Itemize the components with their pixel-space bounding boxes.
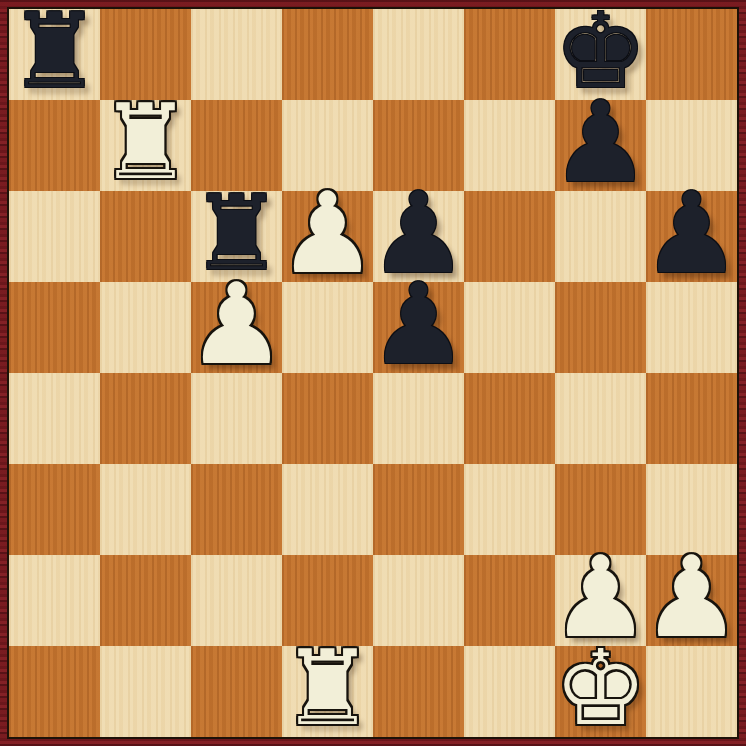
square-b4[interactable] [100,373,191,464]
square-g6[interactable] [555,191,646,282]
square-c1[interactable] [191,646,282,737]
black-pawn-e5: ♟ [368,279,468,370]
square-b6[interactable] [100,191,191,282]
chess-board: ♜♚♜♟♜♟♟♟♟♟♟♟♜♚ [7,7,739,739]
square-c3[interactable] [191,464,282,555]
white-pawn-d6: ♟ [277,188,377,279]
square-e5[interactable]: ♟ [373,282,464,373]
square-c5[interactable]: ♟ [191,282,282,373]
square-b7[interactable]: ♜ [100,100,191,191]
square-d6[interactable]: ♟ [282,191,373,282]
square-b5[interactable] [100,282,191,373]
square-e4[interactable] [373,373,464,464]
square-f6[interactable] [464,191,555,282]
square-f7[interactable] [464,100,555,191]
square-c4[interactable] [191,373,282,464]
white-pawn-c5: ♟ [186,279,286,370]
white-pawn-h2: ♟ [641,552,741,643]
square-b1[interactable] [100,646,191,737]
square-f2[interactable] [464,555,555,646]
black-rook-a8: ♜ [8,6,101,97]
square-d8[interactable] [282,9,373,100]
square-a4[interactable] [9,373,100,464]
square-d3[interactable] [282,464,373,555]
square-b2[interactable] [100,555,191,646]
square-f5[interactable] [464,282,555,373]
square-a1[interactable] [9,646,100,737]
square-e3[interactable] [373,464,464,555]
square-h6[interactable]: ♟ [646,191,737,282]
white-king-g1: ♚ [554,643,647,734]
square-e8[interactable] [373,9,464,100]
square-f3[interactable] [464,464,555,555]
square-a2[interactable] [9,555,100,646]
square-a5[interactable] [9,282,100,373]
square-d1[interactable]: ♜ [282,646,373,737]
square-f8[interactable] [464,9,555,100]
square-g4[interactable] [555,373,646,464]
square-a8[interactable]: ♜ [9,9,100,100]
square-e1[interactable] [373,646,464,737]
square-h2[interactable]: ♟ [646,555,737,646]
square-e2[interactable] [373,555,464,646]
square-a3[interactable] [9,464,100,555]
white-rook-d1: ♜ [281,643,374,734]
square-d5[interactable] [282,282,373,373]
square-h8[interactable] [646,9,737,100]
square-h4[interactable] [646,373,737,464]
square-g1[interactable]: ♚ [555,646,646,737]
square-h1[interactable] [646,646,737,737]
black-pawn-g7: ♟ [550,97,650,188]
square-g7[interactable]: ♟ [555,100,646,191]
square-b3[interactable] [100,464,191,555]
square-a6[interactable] [9,191,100,282]
square-c2[interactable] [191,555,282,646]
square-h5[interactable] [646,282,737,373]
square-f4[interactable] [464,373,555,464]
black-pawn-h6: ♟ [641,188,741,279]
square-d4[interactable] [282,373,373,464]
square-a7[interactable] [9,100,100,191]
square-g5[interactable] [555,282,646,373]
white-rook-b7: ♜ [99,97,192,188]
square-c8[interactable] [191,9,282,100]
board-frame: ♜♚♜♟♜♟♟♟♟♟♟♟♜♚ [0,0,746,746]
square-f1[interactable] [464,646,555,737]
